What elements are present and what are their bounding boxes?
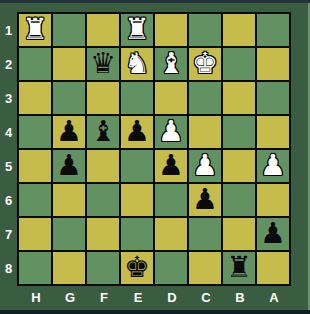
square-f1[interactable] [87,14,119,46]
square-e5[interactable] [121,150,153,182]
square-e6[interactable] [121,184,153,216]
white-pawn-d4[interactable]: ♟ [155,116,187,148]
square-g7[interactable] [53,218,85,250]
white-rook-e1[interactable]: ♜ [121,14,153,46]
square-f2[interactable]: ♛ [87,48,119,80]
square-g1[interactable] [53,14,85,46]
rank-label-1: 1 [0,14,17,48]
square-f7[interactable] [87,218,119,250]
square-a2[interactable] [257,48,289,80]
square-e3[interactable] [121,82,153,114]
file-label-h: H [19,288,53,308]
square-c7[interactable] [189,218,221,250]
square-c6[interactable]: ♟ [189,184,221,216]
frame-right-edge [308,3,310,310]
file-label-g: G [53,288,87,308]
rank-label-2: 2 [0,48,17,82]
black-bishop-f4[interactable]: ♝ [87,116,119,148]
square-a5[interactable]: ♟ [257,150,289,182]
square-d2[interactable]: ♝ [155,48,187,80]
square-d1[interactable] [155,14,187,46]
square-f3[interactable] [87,82,119,114]
black-rook-b8[interactable]: ♜ [223,252,255,284]
board-frame: ♜♜♛♞♝♚♟♝♟♟♟♟♟♟♟♟♚♜ 12345678 HGFEDCBA [0,0,310,314]
square-d5[interactable]: ♟ [155,150,187,182]
square-b2[interactable] [223,48,255,80]
rank-label-3: 3 [0,82,17,116]
white-bishop-d2[interactable]: ♝ [155,48,187,80]
square-c1[interactable] [189,14,221,46]
square-h3[interactable] [19,82,51,114]
rank-label-5: 5 [0,150,17,184]
square-a8[interactable] [257,252,289,284]
square-h1[interactable]: ♜ [19,14,51,46]
black-pawn-c6[interactable]: ♟ [189,184,221,216]
square-b6[interactable] [223,184,255,216]
black-pawn-d5[interactable]: ♟ [155,150,187,182]
square-g6[interactable] [53,184,85,216]
square-e8[interactable]: ♚ [121,252,153,284]
square-c4[interactable] [189,116,221,148]
black-king-e8[interactable]: ♚ [121,252,153,284]
square-b7[interactable] [223,218,255,250]
square-d7[interactable] [155,218,187,250]
square-h6[interactable] [19,184,51,216]
black-pawn-a7[interactable]: ♟ [257,218,289,250]
square-d8[interactable] [155,252,187,284]
file-label-b: B [223,288,257,308]
square-e2[interactable]: ♞ [121,48,153,80]
file-label-d: D [155,288,189,308]
black-pawn-g5[interactable]: ♟ [53,150,85,182]
square-h5[interactable] [19,150,51,182]
square-a7[interactable]: ♟ [257,218,289,250]
rank-label-7: 7 [0,218,17,252]
square-h2[interactable] [19,48,51,80]
file-label-e: E [121,288,155,308]
square-c8[interactable] [189,252,221,284]
square-c3[interactable] [189,82,221,114]
square-b8[interactable]: ♜ [223,252,255,284]
black-queen-f2[interactable]: ♛ [87,48,119,80]
square-a1[interactable] [257,14,289,46]
square-d6[interactable] [155,184,187,216]
square-e1[interactable]: ♜ [121,14,153,46]
square-f8[interactable] [87,252,119,284]
file-label-c: C [189,288,223,308]
square-h8[interactable] [19,252,51,284]
white-king-c2[interactable]: ♚ [189,48,221,80]
square-a4[interactable] [257,116,289,148]
square-f6[interactable] [87,184,119,216]
white-pawn-a5[interactable]: ♟ [257,150,289,182]
square-g5[interactable]: ♟ [53,150,85,182]
square-c2[interactable]: ♚ [189,48,221,80]
square-b1[interactable] [223,14,255,46]
frame-bottom-edge [0,310,310,314]
square-h4[interactable] [19,116,51,148]
chess-board: ♜♜♛♞♝♚♟♝♟♟♟♟♟♟♟♟♚♜ [17,12,291,286]
black-pawn-g4[interactable]: ♟ [53,116,85,148]
file-label-a: A [257,288,291,308]
square-a3[interactable] [257,82,289,114]
rank-label-6: 6 [0,184,17,218]
square-g8[interactable] [53,252,85,284]
square-b4[interactable] [223,116,255,148]
square-d3[interactable] [155,82,187,114]
square-g3[interactable] [53,82,85,114]
white-rook-h1[interactable]: ♜ [19,14,51,46]
square-a6[interactable] [257,184,289,216]
square-g2[interactable] [53,48,85,80]
rank-label-8: 8 [0,252,17,286]
frame-top-edge [0,0,310,3]
square-e7[interactable] [121,218,153,250]
white-pawn-c5[interactable]: ♟ [189,150,221,182]
rank-label-4: 4 [0,116,17,150]
white-knight-e2[interactable]: ♞ [121,48,153,80]
square-f5[interactable] [87,150,119,182]
file-label-f: F [87,288,121,308]
square-d4[interactable]: ♟ [155,116,187,148]
black-pawn-e4[interactable]: ♟ [121,116,153,148]
square-c5[interactable]: ♟ [189,150,221,182]
square-f4[interactable]: ♝ [87,116,119,148]
square-b5[interactable] [223,150,255,182]
square-h7[interactable] [19,218,51,250]
square-e4[interactable]: ♟ [121,116,153,148]
square-g4[interactable]: ♟ [53,116,85,148]
square-b3[interactable] [223,82,255,114]
